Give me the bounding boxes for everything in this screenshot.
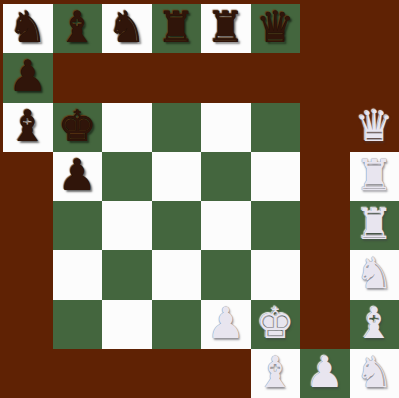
square-b8[interactable]: ♝ xyxy=(53,4,103,53)
square-e7 xyxy=(201,53,251,102)
square-a4 xyxy=(3,201,53,250)
square-g8 xyxy=(300,4,350,53)
square-g3 xyxy=(300,250,350,299)
square-f5[interactable] xyxy=(251,152,301,201)
square-g6 xyxy=(300,103,350,152)
square-b7 xyxy=(53,53,103,102)
square-h4[interactable]: ♜ xyxy=(350,201,399,250)
white-rook-piece: ♜ xyxy=(355,203,394,246)
square-h5[interactable]: ♜ xyxy=(350,152,399,201)
black-bishop-piece: ♝ xyxy=(58,6,97,49)
black-pawn-piece: ♟ xyxy=(58,154,97,197)
square-h3[interactable]: ♞ xyxy=(350,250,399,299)
square-c5[interactable] xyxy=(102,152,152,201)
white-rook-piece: ♜ xyxy=(355,154,394,197)
square-g5 xyxy=(300,152,350,201)
square-e6[interactable] xyxy=(201,103,251,152)
square-d2[interactable] xyxy=(152,300,202,349)
chess-app-window: ♞♝♞♜♜♛♟♝♚♛♟♜♜♞♟♚♝♝♟♞ xyxy=(0,0,399,398)
square-d3[interactable] xyxy=(152,250,202,299)
black-knight-piece: ♞ xyxy=(107,6,146,49)
square-b5[interactable]: ♟ xyxy=(53,152,103,201)
square-f7 xyxy=(251,53,301,102)
white-king-piece: ♚ xyxy=(256,302,295,345)
square-e3[interactable] xyxy=(201,250,251,299)
chess-board: ♞♝♞♜♜♛♟♝♚♛♟♜♜♞♟♚♝♝♟♞ xyxy=(3,4,399,398)
white-knight-piece: ♞ xyxy=(355,252,394,295)
square-d5[interactable] xyxy=(152,152,202,201)
square-c8[interactable]: ♞ xyxy=(102,4,152,53)
square-c7 xyxy=(102,53,152,102)
square-a2 xyxy=(3,300,53,349)
black-bishop-piece: ♝ xyxy=(8,105,47,148)
square-h8 xyxy=(350,4,399,53)
white-pawn-piece: ♟ xyxy=(206,302,245,345)
square-g7 xyxy=(300,53,350,102)
square-a7[interactable]: ♟ xyxy=(3,53,53,102)
square-d7 xyxy=(152,53,202,102)
square-a5 xyxy=(3,152,53,201)
square-h1[interactable]: ♞ xyxy=(350,349,399,398)
square-f3[interactable] xyxy=(251,250,301,299)
square-e1 xyxy=(201,349,251,398)
black-queen-piece: ♛ xyxy=(256,6,295,49)
square-g4 xyxy=(300,201,350,250)
square-a1 xyxy=(3,349,53,398)
square-b3[interactable] xyxy=(53,250,103,299)
white-queen-piece: ♛ xyxy=(355,105,394,148)
square-f8[interactable]: ♛ xyxy=(251,4,301,53)
square-d6[interactable] xyxy=(152,103,202,152)
square-e5[interactable] xyxy=(201,152,251,201)
square-f1[interactable]: ♝ xyxy=(251,349,301,398)
square-c1 xyxy=(102,349,152,398)
square-f6[interactable] xyxy=(251,103,301,152)
white-bishop-piece: ♝ xyxy=(355,302,394,345)
black-pawn-piece: ♟ xyxy=(8,55,47,98)
square-d4[interactable] xyxy=(152,201,202,250)
square-a6[interactable]: ♝ xyxy=(3,103,53,152)
square-e4[interactable] xyxy=(201,201,251,250)
white-pawn-piece: ♟ xyxy=(305,351,344,394)
square-e2[interactable]: ♟ xyxy=(201,300,251,349)
square-h7 xyxy=(350,53,399,102)
square-b1 xyxy=(53,349,103,398)
square-e8[interactable]: ♜ xyxy=(201,4,251,53)
black-rook-piece: ♜ xyxy=(157,6,196,49)
square-g1[interactable]: ♟ xyxy=(300,349,350,398)
square-a3 xyxy=(3,250,53,299)
square-g2 xyxy=(300,300,350,349)
square-c2[interactable] xyxy=(102,300,152,349)
square-d8[interactable]: ♜ xyxy=(152,4,202,53)
square-c3[interactable] xyxy=(102,250,152,299)
black-knight-piece: ♞ xyxy=(8,6,47,49)
square-h6[interactable]: ♛ xyxy=(350,103,399,152)
square-a8[interactable]: ♞ xyxy=(3,4,53,53)
white-bishop-piece: ♝ xyxy=(256,351,295,394)
square-d1 xyxy=(152,349,202,398)
black-king-piece: ♚ xyxy=(58,105,97,148)
square-b4[interactable] xyxy=(53,201,103,250)
square-b6[interactable]: ♚ xyxy=(53,103,103,152)
square-f4[interactable] xyxy=(251,201,301,250)
black-rook-piece: ♜ xyxy=(206,6,245,49)
square-c6[interactable] xyxy=(102,103,152,152)
square-b2[interactable] xyxy=(53,300,103,349)
white-knight-piece: ♞ xyxy=(355,351,394,394)
square-f2[interactable]: ♚ xyxy=(251,300,301,349)
square-h2[interactable]: ♝ xyxy=(350,300,399,349)
square-c4[interactable] xyxy=(102,201,152,250)
